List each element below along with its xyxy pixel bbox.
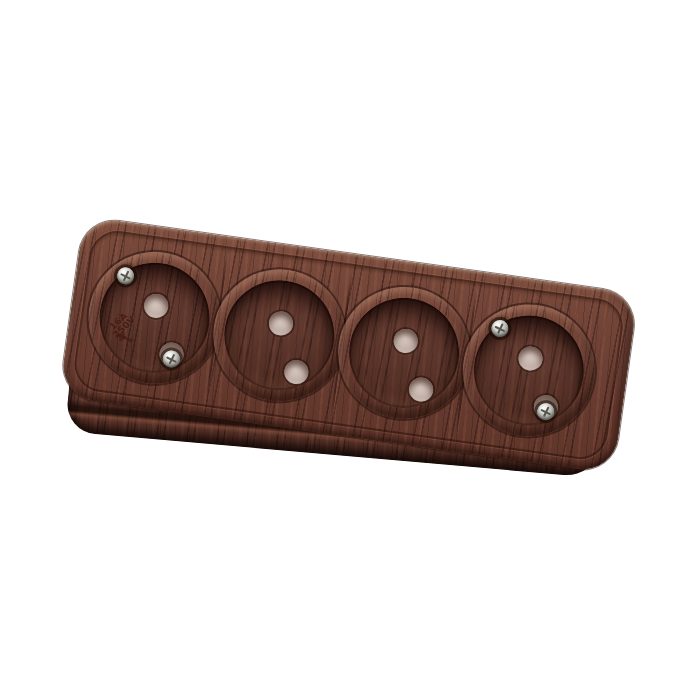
socket-4-well	[467, 308, 591, 432]
pin-hole-top	[392, 327, 419, 354]
socket-3-well	[342, 291, 466, 415]
socket-1-well: 16A 250V	[92, 256, 216, 380]
product-photo-scene: 16A 250V	[0, 0, 700, 700]
socket-block-device: 16A 250V	[53, 216, 639, 518]
pin-hole-top	[267, 310, 294, 337]
socket-2-well	[217, 273, 341, 397]
pin-hole-top	[143, 292, 170, 319]
pin-hole-bottom	[408, 376, 435, 403]
pin-hole-bottom	[283, 359, 310, 386]
pin-hole-top	[517, 345, 544, 372]
